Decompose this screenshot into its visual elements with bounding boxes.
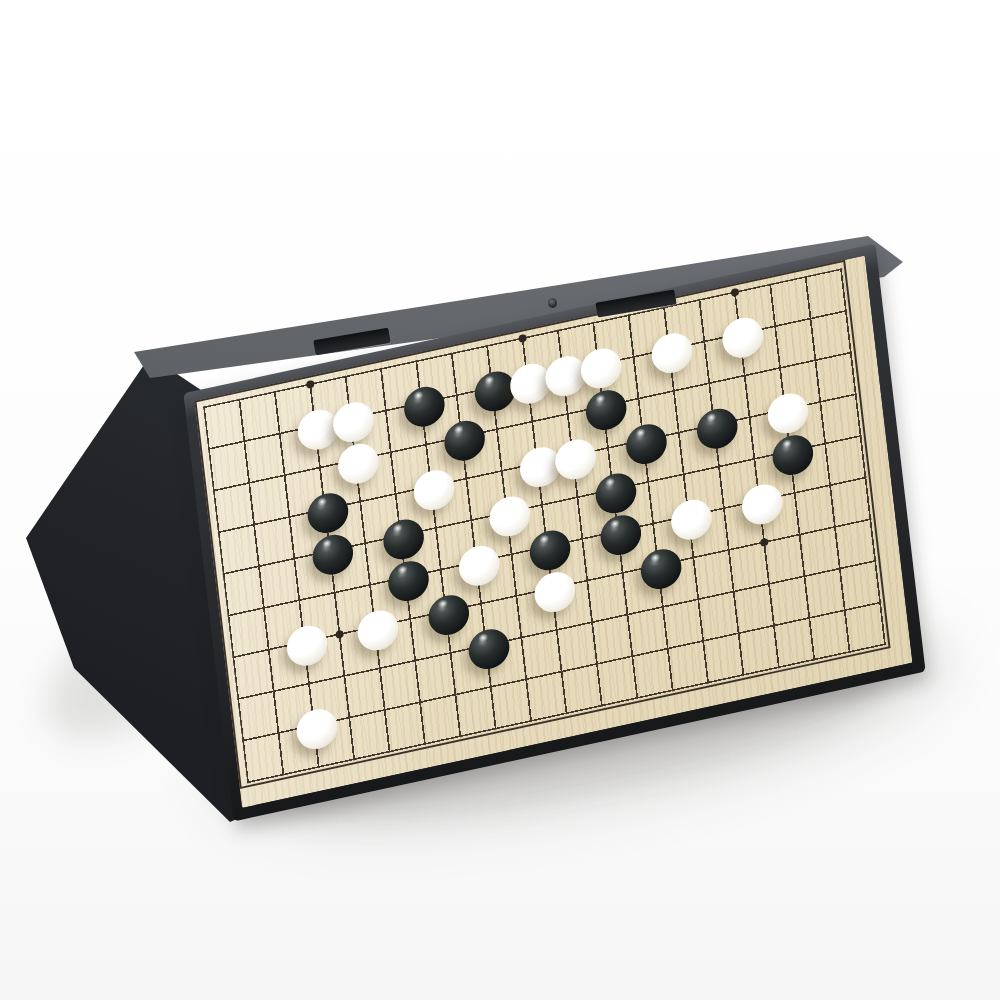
- stone-white: [411, 466, 456, 514]
- stone-black: [638, 545, 683, 593]
- stone-white: [649, 329, 694, 377]
- stone-black: [310, 531, 355, 579]
- stone-white: [553, 435, 598, 483]
- stone-white: [739, 480, 784, 528]
- star-point: [306, 380, 315, 389]
- stone-black: [598, 511, 643, 559]
- stone-black: [401, 383, 446, 431]
- star-point: [731, 288, 740, 297]
- stone-black: [426, 591, 471, 639]
- stone-white: [669, 496, 714, 544]
- scene: [0, 0, 1000, 1000]
- stone-black: [593, 469, 638, 517]
- stone-black: [305, 489, 350, 537]
- stone-white: [284, 622, 329, 670]
- stone-white: [578, 344, 623, 392]
- stone-white: [456, 542, 501, 590]
- stone-white: [335, 440, 380, 488]
- stone-white: [720, 314, 765, 362]
- stone-white: [294, 705, 339, 753]
- stone-white: [487, 492, 532, 540]
- star-point: [760, 538, 769, 547]
- star-point: [518, 334, 527, 343]
- stone-black: [381, 515, 426, 563]
- star-point: [335, 630, 344, 639]
- stone-white: [765, 389, 810, 437]
- stone-black: [694, 405, 739, 453]
- stone-black: [466, 625, 511, 673]
- stone-black: [583, 386, 628, 434]
- stone-black: [527, 526, 572, 574]
- stone-white: [532, 568, 577, 616]
- stone-black: [623, 420, 668, 468]
- stone-black: [442, 417, 487, 465]
- stone-black: [770, 431, 815, 479]
- stone-white: [355, 606, 400, 654]
- stone-white: [331, 398, 376, 446]
- stone-black: [386, 557, 431, 605]
- hinge-pin: [548, 298, 557, 308]
